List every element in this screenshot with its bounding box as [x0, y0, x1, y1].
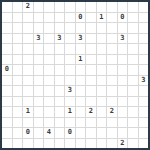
cell-r2c6[interactable]: [65, 23, 75, 33]
cell-r5c8[interactable]: [86, 55, 96, 65]
cell-r12c9[interactable]: [97, 128, 107, 138]
cell-r3c5-clue[interactable]: 3: [55, 34, 65, 44]
cell-r9c4[interactable]: [44, 97, 54, 107]
cell-r13c3[interactable]: [34, 139, 44, 149]
cell-r3c6[interactable]: [65, 34, 75, 44]
cell-r6c4[interactable]: [44, 65, 54, 75]
cell-r4c0[interactable]: [2, 44, 12, 54]
cell-r12c5[interactable]: [55, 128, 65, 138]
cell-r6c13[interactable]: [139, 65, 149, 75]
cell-r3c11-clue[interactable]: 3: [118, 34, 128, 44]
cell-r2c1[interactable]: [13, 23, 23, 33]
cell-r1c13[interactable]: [139, 13, 149, 23]
cell-r3c13[interactable]: [139, 34, 149, 44]
cell-r6c0-clue[interactable]: 0: [2, 65, 12, 75]
cell-r4c12[interactable]: [128, 44, 138, 54]
cell-r5c6[interactable]: [65, 55, 75, 65]
cell-r6c2[interactable]: [23, 65, 33, 75]
cell-r12c11[interactable]: [118, 128, 128, 138]
cell-r11c13[interactable]: [139, 118, 149, 128]
cell-r10c3[interactable]: [34, 107, 44, 117]
cell-r7c13-clue[interactable]: 3: [139, 76, 149, 86]
cell-r2c8[interactable]: [86, 23, 96, 33]
cell-r2c5[interactable]: [55, 23, 65, 33]
cell-r13c11-clue[interactable]: 2: [118, 139, 128, 149]
cell-r7c6[interactable]: [65, 76, 75, 86]
cell-r13c10[interactable]: [107, 139, 117, 149]
cell-r4c2[interactable]: [23, 44, 33, 54]
cell-r3c9[interactable]: [97, 34, 107, 44]
cell-r9c12[interactable]: [128, 97, 138, 107]
cell-r7c0[interactable]: [2, 76, 12, 86]
cell-r3c12[interactable]: [128, 34, 138, 44]
cell-r5c4[interactable]: [44, 55, 54, 65]
cell-r4c4[interactable]: [44, 44, 54, 54]
cell-r11c1[interactable]: [13, 118, 23, 128]
cell-r1c8[interactable]: [86, 13, 96, 23]
cell-r2c10[interactable]: [107, 23, 117, 33]
cell-r10c8-clue[interactable]: 2: [86, 107, 96, 117]
cell-r13c8[interactable]: [86, 139, 96, 149]
cell-r3c2[interactable]: [23, 34, 33, 44]
cell-r0c7[interactable]: [76, 2, 86, 12]
cell-r1c2[interactable]: [23, 13, 33, 23]
cell-r9c11[interactable]: [118, 97, 128, 107]
cell-r8c5[interactable]: [55, 86, 65, 96]
cell-r1c0[interactable]: [2, 13, 12, 23]
cell-r10c9[interactable]: [97, 107, 107, 117]
cell-r3c4[interactable]: [44, 34, 54, 44]
cell-r1c12[interactable]: [128, 13, 138, 23]
cell-r1c4[interactable]: [44, 13, 54, 23]
cell-r0c6[interactable]: [65, 2, 75, 12]
cell-r11c10[interactable]: [107, 118, 117, 128]
cell-r10c12[interactable]: [128, 107, 138, 117]
cell-r1c5[interactable]: [55, 13, 65, 23]
cell-r10c6-clue[interactable]: 1: [65, 107, 75, 117]
cell-r2c12[interactable]: [128, 23, 138, 33]
cell-r0c10[interactable]: [107, 2, 117, 12]
cell-r8c7[interactable]: [76, 86, 86, 96]
cell-r11c11[interactable]: [118, 118, 128, 128]
cell-r11c12[interactable]: [128, 118, 138, 128]
cell-r4c7[interactable]: [76, 44, 86, 54]
cell-r11c7[interactable]: [76, 118, 86, 128]
cell-r8c8[interactable]: [86, 86, 96, 96]
cell-r1c9-clue[interactable]: 1: [97, 13, 107, 23]
cell-r9c2[interactable]: [23, 97, 33, 107]
cell-r3c8[interactable]: [86, 34, 96, 44]
cell-r2c7[interactable]: [76, 23, 86, 33]
cell-r5c3[interactable]: [34, 55, 44, 65]
cell-r6c9[interactable]: [97, 65, 107, 75]
cell-r4c3[interactable]: [34, 44, 44, 54]
cell-r1c7-clue[interactable]: 0: [76, 13, 86, 23]
cell-r6c8[interactable]: [86, 65, 96, 75]
cell-r10c5[interactable]: [55, 107, 65, 117]
cell-r0c4[interactable]: [44, 2, 54, 12]
cell-r4c1[interactable]: [13, 44, 23, 54]
cell-r11c3[interactable]: [34, 118, 44, 128]
puzzle-board-container: 20103333103311220402: [0, 0, 150, 150]
cell-r0c11[interactable]: [118, 2, 128, 12]
cell-r0c13[interactable]: [139, 2, 149, 12]
cell-r7c8[interactable]: [86, 76, 96, 86]
cell-r6c7[interactable]: [76, 65, 86, 75]
cell-r5c1[interactable]: [13, 55, 23, 65]
cell-r3c7-clue[interactable]: 3: [76, 34, 86, 44]
cell-r8c1[interactable]: [13, 86, 23, 96]
cell-r8c10[interactable]: [107, 86, 117, 96]
cell-r2c4[interactable]: [44, 23, 54, 33]
cell-r0c2-clue[interactable]: 2: [23, 2, 33, 12]
cell-r1c1[interactable]: [13, 13, 23, 23]
cell-r8c0[interactable]: [2, 86, 12, 96]
cell-r6c3[interactable]: [34, 65, 44, 75]
cell-r1c6[interactable]: [65, 13, 75, 23]
cell-r5c9[interactable]: [97, 55, 107, 65]
cell-r7c7[interactable]: [76, 76, 86, 86]
cell-r0c9[interactable]: [97, 2, 107, 12]
cell-r13c9[interactable]: [97, 139, 107, 149]
cell-r12c10[interactable]: [107, 128, 117, 138]
cell-r6c10[interactable]: [107, 65, 117, 75]
cell-r6c11[interactable]: [118, 65, 128, 75]
cell-r12c6-clue[interactable]: 0: [65, 128, 75, 138]
cell-r13c1[interactable]: [13, 139, 23, 149]
cell-r11c9[interactable]: [97, 118, 107, 128]
cell-r0c3[interactable]: [34, 2, 44, 12]
cell-r13c4[interactable]: [44, 139, 54, 149]
cell-r0c1[interactable]: [13, 2, 23, 12]
cell-r9c10[interactable]: [107, 97, 117, 107]
cell-r1c10[interactable]: [107, 13, 117, 23]
cell-r4c5[interactable]: [55, 44, 65, 54]
cell-r4c8[interactable]: [86, 44, 96, 54]
cell-r6c1[interactable]: [13, 65, 23, 75]
cell-r12c8[interactable]: [86, 128, 96, 138]
cell-r4c10[interactable]: [107, 44, 117, 54]
cell-r7c10[interactable]: [107, 76, 117, 86]
cell-r4c9[interactable]: [97, 44, 107, 54]
cell-r9c0[interactable]: [2, 97, 12, 107]
cell-r6c5[interactable]: [55, 65, 65, 75]
cell-r7c5[interactable]: [55, 76, 65, 86]
cell-r2c0[interactable]: [2, 23, 12, 33]
cell-r9c1[interactable]: [13, 97, 23, 107]
cell-r0c0[interactable]: [2, 2, 12, 12]
cell-r12c1[interactable]: [13, 128, 23, 138]
cell-r12c4-clue[interactable]: 4: [44, 128, 54, 138]
cell-r9c8[interactable]: [86, 97, 96, 107]
cell-r1c11-clue[interactable]: 0: [118, 13, 128, 23]
cell-r12c12[interactable]: [128, 128, 138, 138]
cell-r5c7-clue[interactable]: 1: [76, 55, 86, 65]
cell-r0c8[interactable]: [86, 2, 96, 12]
cell-r0c12[interactable]: [128, 2, 138, 12]
cell-r10c2-clue[interactable]: 1: [23, 107, 33, 117]
cell-r5c0[interactable]: [2, 55, 12, 65]
cell-r11c6[interactable]: [65, 118, 75, 128]
cell-r7c12[interactable]: [128, 76, 138, 86]
cell-r8c3[interactable]: [34, 86, 44, 96]
cell-r2c13[interactable]: [139, 23, 149, 33]
cell-r8c6-clue[interactable]: 3: [65, 86, 75, 96]
cell-r13c2[interactable]: [23, 139, 33, 149]
cell-r7c3[interactable]: [34, 76, 44, 86]
cell-r2c11[interactable]: [118, 23, 128, 33]
cell-r8c2[interactable]: [23, 86, 33, 96]
cell-r9c5[interactable]: [55, 97, 65, 107]
cell-r13c0[interactable]: [2, 139, 12, 149]
cell-r4c11[interactable]: [118, 44, 128, 54]
cell-r11c5[interactable]: [55, 118, 65, 128]
puzzle-grid: 20103333103311220402: [0, 0, 150, 150]
cell-r6c6[interactable]: [65, 65, 75, 75]
cell-r5c13[interactable]: [139, 55, 149, 65]
cell-r8c4[interactable]: [44, 86, 54, 96]
cell-r5c11[interactable]: [118, 55, 128, 65]
cell-r10c4[interactable]: [44, 107, 54, 117]
cell-r11c2[interactable]: [23, 118, 33, 128]
cell-r6c12[interactable]: [128, 65, 138, 75]
cell-r9c9[interactable]: [97, 97, 107, 107]
cell-r12c0[interactable]: [2, 128, 12, 138]
cell-r8c13[interactable]: [139, 86, 149, 96]
cell-r13c12[interactable]: [128, 139, 138, 149]
cell-r2c3[interactable]: [34, 23, 44, 33]
cell-r12c3[interactable]: [34, 128, 44, 138]
cell-r7c9[interactable]: [97, 76, 107, 86]
cell-r12c7[interactable]: [76, 128, 86, 138]
cell-r10c10-clue[interactable]: 2: [107, 107, 117, 117]
cell-r7c4[interactable]: [44, 76, 54, 86]
cell-r11c8[interactable]: [86, 118, 96, 128]
cell-r10c7[interactable]: [76, 107, 86, 117]
cell-r4c6[interactable]: [65, 44, 75, 54]
cell-r11c4[interactable]: [44, 118, 54, 128]
cell-r2c9[interactable]: [97, 23, 107, 33]
cell-r8c11[interactable]: [118, 86, 128, 96]
cell-r10c11[interactable]: [118, 107, 128, 117]
cell-r5c12[interactable]: [128, 55, 138, 65]
cell-r4c13[interactable]: [139, 44, 149, 54]
cell-r1c3[interactable]: [34, 13, 44, 23]
cell-r9c7[interactable]: [76, 97, 86, 107]
cell-r7c1[interactable]: [13, 76, 23, 86]
cell-r5c2[interactable]: [23, 55, 33, 65]
cell-r9c3[interactable]: [34, 97, 44, 107]
cell-r3c10[interactable]: [107, 34, 117, 44]
cell-r7c2[interactable]: [23, 76, 33, 86]
cell-r8c12[interactable]: [128, 86, 138, 96]
cell-r12c13[interactable]: [139, 128, 149, 138]
cell-r3c3-clue[interactable]: 3: [34, 34, 44, 44]
cell-r7c11[interactable]: [118, 76, 128, 86]
cell-r12c2-clue[interactable]: 0: [23, 128, 33, 138]
cell-r10c13[interactable]: [139, 107, 149, 117]
cell-r10c1[interactable]: [13, 107, 23, 117]
cell-r13c13[interactable]: [139, 139, 149, 149]
cell-r0c5[interactable]: [55, 2, 65, 12]
cell-r13c5[interactable]: [55, 139, 65, 149]
cell-r2c2[interactable]: [23, 23, 33, 33]
cell-r9c6[interactable]: [65, 97, 75, 107]
cell-r5c5[interactable]: [55, 55, 65, 65]
cell-r5c10[interactable]: [107, 55, 117, 65]
cell-r8c9[interactable]: [97, 86, 107, 96]
cell-r3c1[interactable]: [13, 34, 23, 44]
cell-r13c6[interactable]: [65, 139, 75, 149]
cell-r11c0[interactable]: [2, 118, 12, 128]
cell-r3c0[interactable]: [2, 34, 12, 44]
cell-r13c7[interactable]: [76, 139, 86, 149]
cell-r10c0[interactable]: [2, 107, 12, 117]
cell-r9c13[interactable]: [139, 97, 149, 107]
